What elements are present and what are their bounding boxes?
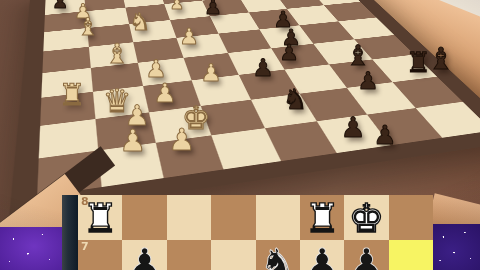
piece-black-pawn-f7[interactable]: ♟ [300, 240, 344, 270]
piece-white-king-g8[interactable]: ♚ [344, 195, 388, 240]
board-2d-panel: 8♜♜♚7♟♞♟♟ [62, 195, 433, 270]
square-c8[interactable] [167, 195, 211, 240]
square-d7[interactable] [211, 240, 255, 270]
piece-3d-white-p: ♟ [200, 61, 222, 85]
purple-backdrop-right [433, 224, 480, 270]
rank-label-7: 7 [81, 241, 89, 252]
piece-3d-black-p: ♟ [373, 122, 396, 148]
piece-black-pawn-b7[interactable]: ♟ [122, 240, 166, 270]
square-a7[interactable]: 7 [78, 240, 122, 270]
piece-3d-black-p: ♟ [279, 42, 299, 64]
piece-3d-black-p: ♟ [357, 69, 379, 93]
board-2d: 8♜♜♚7♟♞♟♟ [78, 195, 433, 270]
piece-3d-black-b: ♝ [428, 44, 455, 74]
square-c7[interactable] [167, 240, 211, 270]
square-f8[interactable]: ♜ [300, 195, 344, 240]
piece-3d-white-b: ♝ [105, 40, 129, 67]
square-e8[interactable] [256, 195, 300, 240]
square-h7-highlighted[interactable] [389, 240, 433, 270]
square-h8[interactable] [389, 195, 433, 240]
square-e7[interactable]: ♞ [256, 240, 300, 270]
square-f7[interactable]: ♟ [300, 240, 344, 270]
piece-black-pawn-g7[interactable]: ♟ [344, 240, 388, 270]
piece-3d-white-p: ♟ [169, 125, 196, 155]
piece-white-rook-a8[interactable]: ♜ [78, 195, 122, 240]
square-a8[interactable]: 8♜ [78, 195, 122, 240]
square-d8[interactable] [211, 195, 255, 240]
square-b8[interactable] [122, 195, 166, 240]
piece-3d-black-p: ♟ [252, 56, 274, 80]
eval-bar [62, 195, 78, 270]
piece-black-knight-e7[interactable]: ♞ [256, 240, 300, 270]
stars-decoration [433, 224, 480, 270]
piece-3d-black-p: ♟ [204, 0, 222, 17]
square-g7[interactable]: ♟ [344, 240, 388, 270]
square-b7[interactable]: ♟ [122, 240, 166, 270]
piece-3d-white-r: ♜ [59, 80, 86, 110]
piece-3d-black-p: ♟ [52, 0, 68, 11]
video-frame: ♟♟♝♞♟♝♟♟♜♟♛♟♚♟♟♟♟♟♟♟♝♟♟♞♟♟♜♝ 8♜♜♚7♟♞♟♟ [0, 0, 480, 270]
piece-3d-black-b: ♝ [345, 42, 370, 70]
piece-3d-white-n: ♞ [129, 10, 151, 34]
piece-3d-white-p: ♟ [170, 0, 184, 12]
piece-3d-white-p: ♟ [153, 80, 176, 106]
piece-3d-black-p: ♟ [340, 114, 365, 142]
piece-3d-white-p: ♟ [120, 126, 147, 156]
piece-3d-white-b: ♝ [77, 15, 99, 39]
piece-white-rook-f8[interactable]: ♜ [300, 195, 344, 240]
square-g8[interactable]: ♚ [344, 195, 388, 240]
piece-3d-white-p: ♟ [179, 26, 199, 48]
purple-backdrop-left [0, 227, 62, 270]
stars-decoration [0, 227, 62, 270]
piece-3d-black-n: ♞ [282, 86, 307, 114]
